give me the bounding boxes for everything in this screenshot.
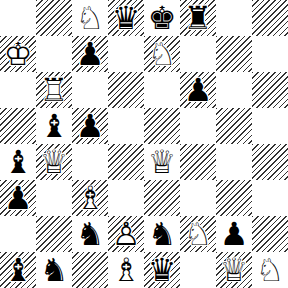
white-bishop-icon: ♗ (108, 252, 144, 288)
square-g6[interactable] (216, 72, 252, 108)
square-h6[interactable] (252, 72, 288, 108)
piece-backing-e4: ♛ (144, 144, 180, 180)
square-g3[interactable] (216, 180, 252, 216)
piece-backing-e2: ♞ (144, 216, 180, 252)
square-d3[interactable] (108, 180, 144, 216)
square-d5[interactable] (108, 108, 144, 144)
piece-backing-d1: ♝ (108, 252, 144, 288)
black-pawn-icon: ♟ (72, 36, 108, 72)
white-rook-icon: ♖ (36, 72, 72, 108)
black-queen-icon: ♛ (108, 0, 144, 36)
square-e3[interactable] (144, 180, 180, 216)
piece-backing-e7: ♞ (144, 36, 180, 72)
piece-backing-b5: ♝ (36, 108, 72, 144)
white-bishop-icon: ♗ (72, 180, 108, 216)
square-a5[interactable] (0, 108, 36, 144)
square-d1[interactable]: ♝♗ (108, 252, 144, 288)
white-knight-icon: ♘ (144, 36, 180, 72)
square-c1[interactable] (72, 252, 108, 288)
square-f3[interactable] (180, 180, 216, 216)
square-g1[interactable]: ♛♕ (216, 252, 252, 288)
black-pawn-icon: ♟ (72, 108, 108, 144)
square-g4[interactable] (216, 144, 252, 180)
square-g5[interactable] (216, 108, 252, 144)
square-f4[interactable] (180, 144, 216, 180)
square-h7[interactable] (252, 36, 288, 72)
square-b3[interactable] (36, 180, 72, 216)
square-f8[interactable]: ♜♜ (180, 0, 216, 36)
square-g7[interactable] (216, 36, 252, 72)
piece-backing-c3: ♝ (72, 180, 108, 216)
white-pawn-icon: ♙ (108, 216, 144, 252)
black-bishop-icon: ♝ (36, 108, 72, 144)
piece-backing-h1: ♞ (252, 252, 288, 288)
square-b8[interactable] (36, 0, 72, 36)
square-h4[interactable] (252, 144, 288, 180)
square-a6[interactable] (0, 72, 36, 108)
square-b6[interactable]: ♜♖ (36, 72, 72, 108)
piece-backing-e1: ♛ (144, 252, 180, 288)
black-pawn-icon: ♟ (0, 180, 36, 216)
square-b4[interactable]: ♛♕ (36, 144, 72, 180)
piece-backing-a4: ♝ (0, 144, 36, 180)
square-b5[interactable]: ♝♝ (36, 108, 72, 144)
chess-board: ♞♘♛♛♚♚♜♜♚♔♟♟♞♘♜♖♟♟♝♝♟♟♝♝♛♕♛♕♟♟♝♗♞♞♟♙♞♞♞♘… (0, 0, 288, 288)
square-h8[interactable] (252, 0, 288, 36)
square-b7[interactable] (36, 36, 72, 72)
piece-backing-b4: ♛ (36, 144, 72, 180)
white-queen-icon: ♕ (144, 144, 180, 180)
piece-backing-c5: ♟ (72, 108, 108, 144)
black-pawn-icon: ♟ (180, 72, 216, 108)
black-queen-icon: ♛ (144, 252, 180, 288)
black-knight-icon: ♞ (72, 216, 108, 252)
square-e6[interactable] (144, 72, 180, 108)
square-a2[interactable] (0, 216, 36, 252)
square-c3[interactable]: ♝♗ (72, 180, 108, 216)
piece-backing-f2: ♞ (180, 216, 216, 252)
square-e4[interactable]: ♛♕ (144, 144, 180, 180)
square-d6[interactable] (108, 72, 144, 108)
square-a7[interactable]: ♚♔ (0, 36, 36, 72)
white-king-icon: ♔ (0, 36, 36, 72)
black-rook-icon: ♜ (180, 0, 216, 36)
piece-backing-d8: ♛ (108, 0, 144, 36)
square-c2[interactable]: ♞♞ (72, 216, 108, 252)
square-g8[interactable] (216, 0, 252, 36)
square-c5[interactable]: ♟♟ (72, 108, 108, 144)
square-h2[interactable] (252, 216, 288, 252)
white-queen-icon: ♕ (216, 252, 252, 288)
square-f1[interactable] (180, 252, 216, 288)
square-h1[interactable]: ♞♘ (252, 252, 288, 288)
piece-backing-g2: ♟ (216, 216, 252, 252)
piece-backing-c8: ♞ (72, 0, 108, 36)
black-knight-icon: ♞ (36, 252, 72, 288)
square-a1[interactable]: ♝♝ (0, 252, 36, 288)
black-pawn-icon: ♟ (216, 216, 252, 252)
piece-backing-f8: ♜ (180, 0, 216, 36)
square-c6[interactable] (72, 72, 108, 108)
square-e8[interactable]: ♚♚ (144, 0, 180, 36)
square-f6[interactable]: ♟♟ (180, 72, 216, 108)
piece-backing-g1: ♛ (216, 252, 252, 288)
piece-backing-b6: ♜ (36, 72, 72, 108)
square-e5[interactable] (144, 108, 180, 144)
square-a8[interactable] (0, 0, 36, 36)
piece-backing-e8: ♚ (144, 0, 180, 36)
square-e7[interactable]: ♞♘ (144, 36, 180, 72)
square-f7[interactable] (180, 36, 216, 72)
piece-backing-b1: ♞ (36, 252, 72, 288)
square-f2[interactable]: ♞♘ (180, 216, 216, 252)
black-bishop-icon: ♝ (0, 144, 36, 180)
square-h3[interactable] (252, 180, 288, 216)
black-bishop-icon: ♝ (0, 252, 36, 288)
square-f5[interactable] (180, 108, 216, 144)
square-c4[interactable] (72, 144, 108, 180)
piece-backing-c7: ♟ (72, 36, 108, 72)
piece-backing-a7: ♚ (0, 36, 36, 72)
piece-backing-f6: ♟ (180, 72, 216, 108)
piece-backing-d2: ♟ (108, 216, 144, 252)
square-h5[interactable] (252, 108, 288, 144)
square-a3[interactable]: ♟♟ (0, 180, 36, 216)
square-c7[interactable]: ♟♟ (72, 36, 108, 72)
square-c8[interactable]: ♞♘ (72, 0, 108, 36)
square-b2[interactable] (36, 216, 72, 252)
black-king-icon: ♚ (144, 0, 180, 36)
square-d8[interactable]: ♛♛ (108, 0, 144, 36)
square-e1[interactable]: ♛♛ (144, 252, 180, 288)
square-a4[interactable]: ♝♝ (0, 144, 36, 180)
piece-backing-a3: ♟ (0, 180, 36, 216)
square-e2[interactable]: ♞♞ (144, 216, 180, 252)
black-knight-icon: ♞ (144, 216, 180, 252)
piece-backing-a1: ♝ (0, 252, 36, 288)
piece-backing-c2: ♞ (72, 216, 108, 252)
square-d2[interactable]: ♟♙ (108, 216, 144, 252)
white-knight-icon: ♘ (180, 216, 216, 252)
white-queen-icon: ♕ (36, 144, 72, 180)
white-knight-icon: ♘ (72, 0, 108, 36)
white-knight-icon: ♘ (252, 252, 288, 288)
square-g2[interactable]: ♟♟ (216, 216, 252, 252)
square-d7[interactable] (108, 36, 144, 72)
square-d4[interactable] (108, 144, 144, 180)
square-b1[interactable]: ♞♞ (36, 252, 72, 288)
